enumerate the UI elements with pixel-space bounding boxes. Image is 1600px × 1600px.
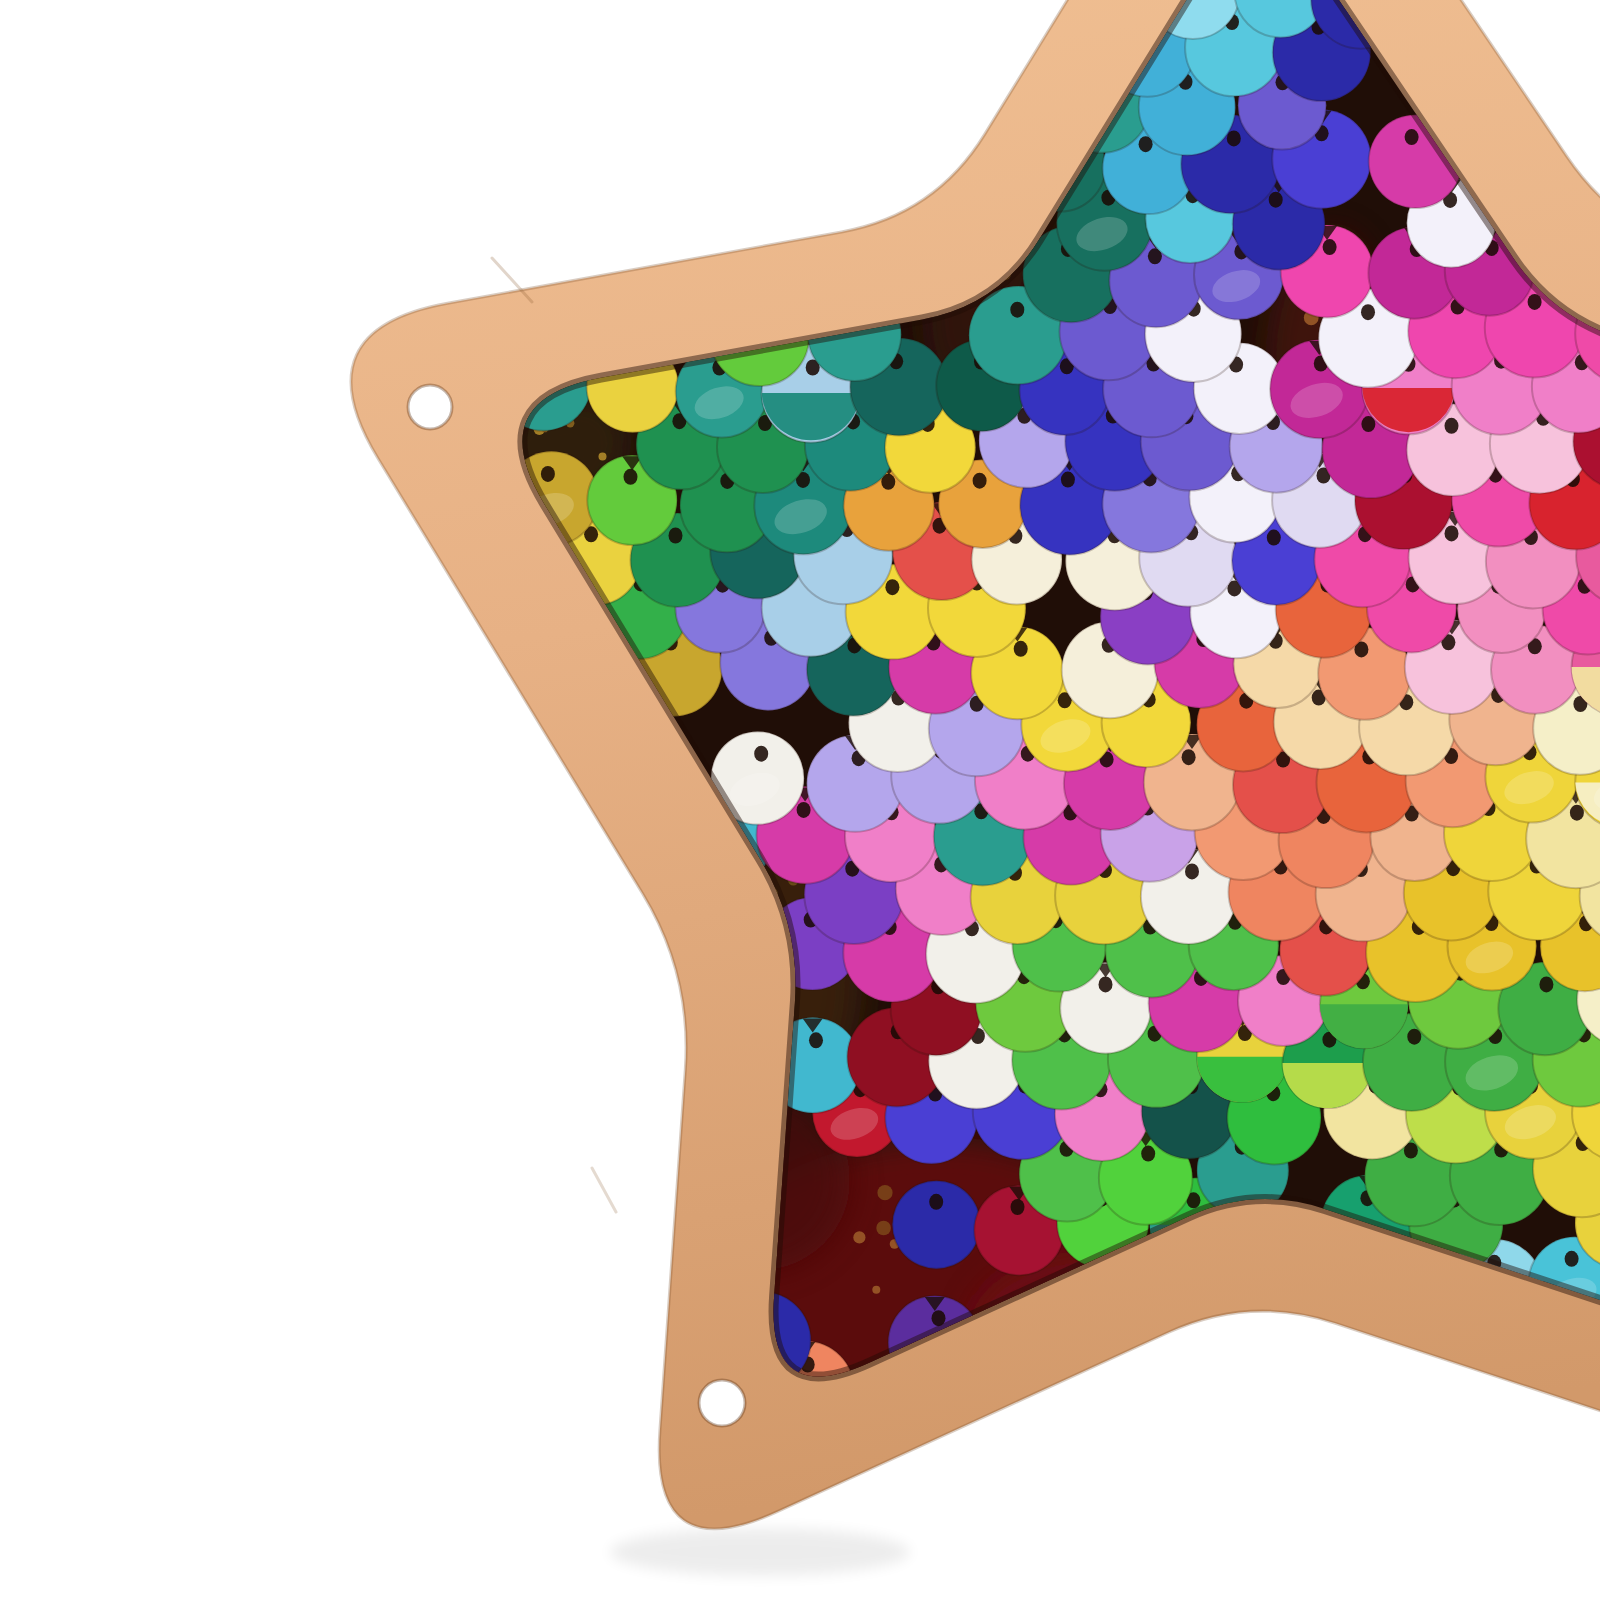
sequin-hole xyxy=(624,469,638,485)
gold-sparkle xyxy=(872,1286,880,1294)
sequin-hole xyxy=(797,802,811,818)
gold-sparkle xyxy=(877,1185,892,1200)
sequin-hole xyxy=(1141,1146,1155,1162)
product-photo xyxy=(0,0,1600,1600)
sequin-hole xyxy=(754,746,768,762)
border-stitch-hole-bottom xyxy=(699,1380,745,1426)
sequin-hole xyxy=(1010,302,1024,318)
sequin-hole xyxy=(1361,304,1375,320)
gold-sparkle xyxy=(876,1221,891,1236)
sequin-hole xyxy=(1011,1199,1025,1215)
sequin-hole xyxy=(885,579,899,595)
sequin-hole xyxy=(1267,530,1281,546)
sequin-hole xyxy=(1323,239,1337,255)
sequin-hole xyxy=(1099,976,1113,992)
drop-shadow xyxy=(610,1528,910,1576)
sequin xyxy=(892,1181,980,1269)
sequin-hole xyxy=(541,466,555,482)
gold-sparkle xyxy=(599,452,607,460)
sequin-hole xyxy=(1014,641,1028,657)
sequin-hole xyxy=(1185,863,1199,879)
sequin-hole xyxy=(1539,976,1553,992)
gold-sparkle xyxy=(853,1231,865,1243)
sequin-hole xyxy=(929,1194,943,1210)
sequin-hole xyxy=(1182,749,1196,765)
sequin-hole xyxy=(1445,418,1459,434)
sequin-star-photo xyxy=(0,0,1600,1600)
sequin-hole xyxy=(973,473,987,489)
sequin-hole xyxy=(669,528,683,544)
sequin-hole xyxy=(1405,129,1419,145)
sequin-hole xyxy=(1269,192,1283,208)
sequin-hole xyxy=(809,1032,823,1048)
sequin-hole xyxy=(1061,472,1075,488)
sequin-hole xyxy=(1445,525,1459,541)
sequin-hole xyxy=(1565,1251,1579,1267)
border-stitch-hole-top-left xyxy=(408,385,452,429)
